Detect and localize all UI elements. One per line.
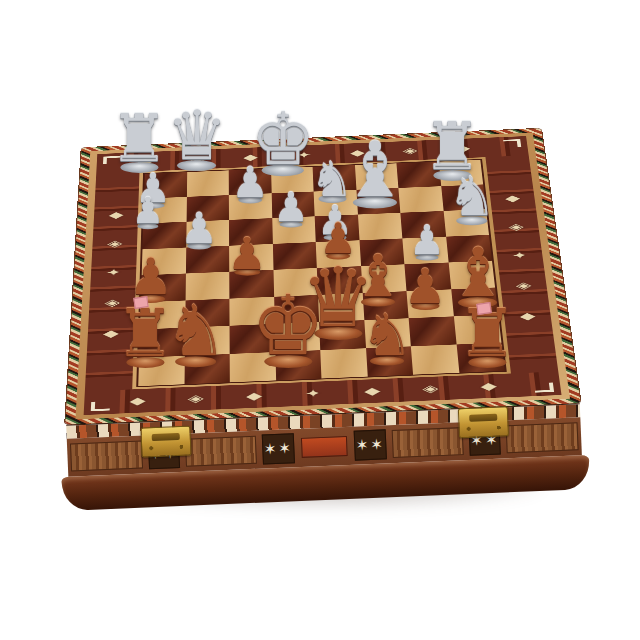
wood-inlay-panel bbox=[506, 422, 579, 453]
corner-inlay-mark bbox=[91, 401, 110, 411]
latch-screws bbox=[147, 444, 186, 452]
square-a2[interactable] bbox=[139, 328, 185, 358]
corner-inlay-mark bbox=[103, 156, 120, 164]
red-center-plaque bbox=[301, 436, 349, 458]
square-e8[interactable] bbox=[313, 165, 356, 191]
latch-slot bbox=[469, 414, 498, 422]
square-h4[interactable] bbox=[448, 261, 495, 289]
wood-inlay-panel bbox=[391, 427, 464, 458]
square-a5[interactable] bbox=[142, 247, 186, 275]
square-h5[interactable] bbox=[446, 235, 492, 263]
square-f8[interactable] bbox=[355, 163, 399, 189]
square-c4[interactable] bbox=[229, 270, 273, 299]
brass-latch-right[interactable] bbox=[458, 406, 509, 438]
square-a8[interactable] bbox=[144, 172, 187, 198]
mother-of-pearl-star-tile: ✶✶ bbox=[262, 433, 294, 464]
square-h8[interactable] bbox=[438, 160, 483, 186]
square-h1[interactable] bbox=[456, 342, 505, 372]
square-g2[interactable] bbox=[409, 316, 456, 346]
square-h7[interactable] bbox=[441, 184, 486, 211]
square-e1[interactable] bbox=[320, 348, 367, 378]
square-d6[interactable] bbox=[272, 216, 316, 243]
square-a4[interactable] bbox=[141, 274, 186, 303]
square-c8[interactable] bbox=[229, 169, 272, 195]
square-f3[interactable] bbox=[362, 291, 408, 320]
square-b4[interactable] bbox=[185, 272, 229, 301]
square-c3[interactable] bbox=[229, 297, 274, 326]
square-e6[interactable] bbox=[315, 215, 359, 242]
square-f2[interactable] bbox=[364, 318, 411, 348]
square-d7[interactable] bbox=[271, 191, 314, 218]
chess-box-scene: ◆ ◈ ◆ ✦ ◆ ◈ ◆ ◆ ◈ ◆ ✦ ◆ ◈ ◆ ◆ ◈ ✦ ◈ ◆ ◆ … bbox=[0, 0, 640, 640]
square-f5[interactable] bbox=[359, 238, 404, 266]
square-a6[interactable] bbox=[142, 222, 186, 249]
square-b7[interactable] bbox=[186, 195, 229, 222]
square-h6[interactable] bbox=[443, 209, 489, 236]
square-e5[interactable] bbox=[316, 240, 361, 268]
square-a7[interactable] bbox=[143, 197, 186, 224]
square-b5[interactable] bbox=[185, 246, 229, 274]
square-c7[interactable] bbox=[229, 193, 272, 220]
mother-of-pearl-star-tile: ✶✶ bbox=[354, 429, 386, 460]
square-c1[interactable] bbox=[230, 352, 276, 383]
square-d4[interactable] bbox=[273, 268, 318, 297]
square-c6[interactable] bbox=[229, 218, 272, 245]
square-h2[interactable] bbox=[453, 314, 501, 344]
latch-slot bbox=[151, 433, 180, 441]
corner-inlay-mark bbox=[503, 139, 521, 147]
product-photo-canvas: { "subject": "Ornate mosaic wooden chess… bbox=[0, 0, 640, 640]
square-c5[interactable] bbox=[229, 244, 273, 272]
square-e2[interactable] bbox=[319, 320, 365, 350]
brass-latch-left[interactable] bbox=[140, 426, 191, 458]
square-b1[interactable] bbox=[184, 354, 230, 385]
square-f4[interactable] bbox=[361, 264, 407, 293]
square-e3[interactable] bbox=[318, 293, 364, 322]
wood-inlay-panel bbox=[185, 436, 258, 467]
square-b2[interactable] bbox=[184, 326, 229, 356]
square-f6[interactable] bbox=[357, 213, 402, 240]
square-e4[interactable] bbox=[317, 266, 362, 295]
square-d5[interactable] bbox=[272, 242, 316, 270]
square-a3[interactable] bbox=[140, 300, 185, 329]
square-g8[interactable] bbox=[396, 162, 440, 188]
square-c2[interactable] bbox=[230, 324, 275, 354]
square-g7[interactable] bbox=[398, 186, 443, 213]
square-e7[interactable] bbox=[314, 190, 358, 217]
square-g5[interactable] bbox=[402, 236, 448, 264]
square-g4[interactable] bbox=[404, 262, 450, 290]
corner-inlay-mark bbox=[534, 382, 554, 392]
square-d1[interactable] bbox=[275, 350, 321, 380]
square-a1[interactable] bbox=[138, 356, 184, 387]
square-g6[interactable] bbox=[400, 211, 445, 238]
square-d2[interactable] bbox=[274, 322, 320, 352]
chess-board-top: ◆ ◈ ◆ ✦ ◆ ◈ ◆ ◆ ◈ ◆ ✦ ◆ ◈ ◆ ◆ ◈ ✦ ◈ ◆ ◆ … bbox=[65, 128, 581, 424]
square-g1[interactable] bbox=[411, 344, 459, 374]
latch-screws bbox=[464, 424, 503, 432]
square-f1[interactable] bbox=[366, 346, 414, 376]
square-d8[interactable] bbox=[271, 167, 314, 193]
chess-grid bbox=[138, 160, 504, 386]
square-h3[interactable] bbox=[451, 287, 498, 316]
square-b6[interactable] bbox=[186, 220, 229, 247]
square-b8[interactable] bbox=[186, 170, 228, 196]
square-b3[interactable] bbox=[185, 298, 230, 327]
square-g3[interactable] bbox=[406, 289, 453, 318]
square-f7[interactable] bbox=[356, 188, 400, 215]
square-d3[interactable] bbox=[274, 295, 319, 324]
wood-inlay-panel bbox=[70, 441, 143, 472]
